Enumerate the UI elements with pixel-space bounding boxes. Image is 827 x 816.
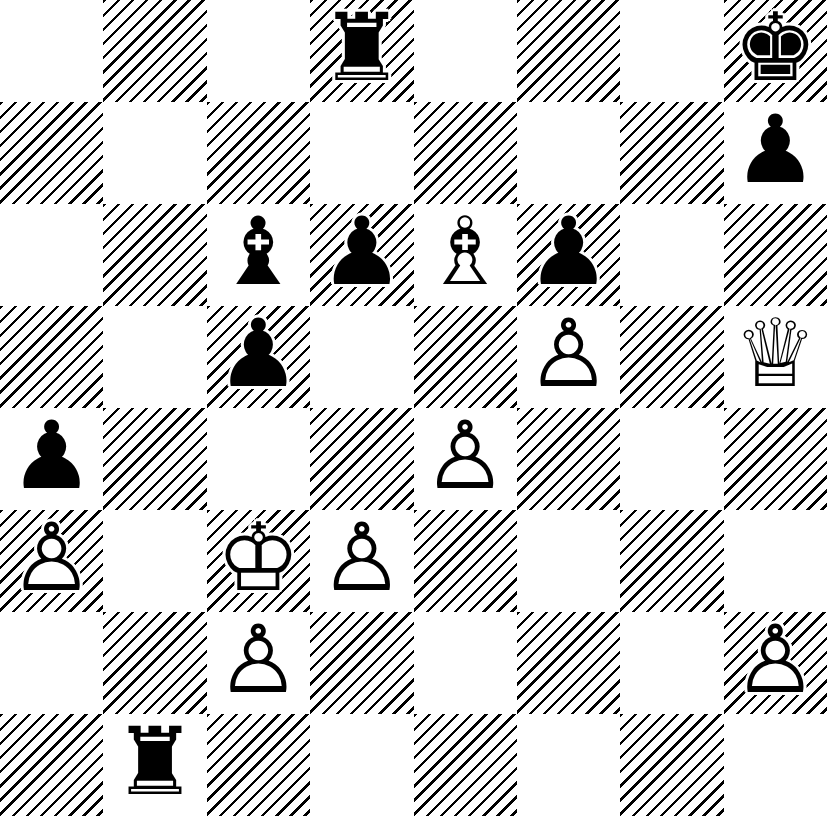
square-f3[interactable] — [517, 510, 620, 612]
black-king: ♚ — [724, 0, 827, 102]
square-b1[interactable]: ♜ — [103, 714, 206, 816]
square-g3[interactable] — [620, 510, 723, 612]
chess-board: ♜♚♟♝♟♝♗♟♟♟♙♛♕♟♟♙♟♙♚♔♟♙♟♙♟♙♜ — [0, 0, 827, 816]
square-e1[interactable] — [414, 714, 517, 816]
square-d5[interactable] — [310, 306, 413, 408]
square-c6[interactable]: ♝ — [207, 204, 310, 306]
black-pawn-glyph: ♟ — [207, 306, 310, 408]
square-a5[interactable] — [0, 306, 103, 408]
square-g8[interactable] — [620, 0, 723, 102]
white-king: ♚♔ — [207, 510, 310, 612]
black-rook-glyph: ♜ — [103, 714, 206, 816]
square-d4[interactable] — [310, 408, 413, 510]
black-pawn: ♟ — [207, 306, 310, 408]
square-a6[interactable] — [0, 204, 103, 306]
black-king-glyph: ♚ — [724, 0, 827, 102]
square-f1[interactable] — [517, 714, 620, 816]
square-g5[interactable] — [620, 306, 723, 408]
black-rook: ♜ — [310, 0, 413, 102]
white-pawn-outline: ♙ — [414, 408, 517, 510]
square-d1[interactable] — [310, 714, 413, 816]
square-f7[interactable] — [517, 102, 620, 204]
square-h7[interactable]: ♟ — [724, 102, 827, 204]
white-queen-outline: ♕ — [724, 306, 827, 408]
black-pawn-glyph: ♟ — [310, 204, 413, 306]
square-h1[interactable] — [724, 714, 827, 816]
square-c4[interactable] — [207, 408, 310, 510]
square-a8[interactable] — [0, 0, 103, 102]
black-rook: ♜ — [103, 714, 206, 816]
white-pawn-outline: ♙ — [0, 510, 103, 612]
white-pawn: ♟♙ — [517, 306, 620, 408]
square-h5[interactable]: ♛♕ — [724, 306, 827, 408]
square-e4[interactable]: ♟♙ — [414, 408, 517, 510]
black-bishop: ♝ — [207, 204, 310, 306]
white-pawn-outline: ♙ — [207, 612, 310, 714]
square-g6[interactable] — [620, 204, 723, 306]
square-d7[interactable] — [310, 102, 413, 204]
square-b8[interactable] — [103, 0, 206, 102]
black-pawn-glyph: ♟ — [724, 102, 827, 204]
square-f8[interactable] — [517, 0, 620, 102]
square-a2[interactable] — [0, 612, 103, 714]
square-b2[interactable] — [103, 612, 206, 714]
square-h4[interactable] — [724, 408, 827, 510]
black-rook-glyph: ♜ — [310, 0, 413, 102]
square-b3[interactable] — [103, 510, 206, 612]
square-c2[interactable]: ♟♙ — [207, 612, 310, 714]
square-h3[interactable] — [724, 510, 827, 612]
white-pawn-outline: ♙ — [724, 612, 827, 714]
black-pawn: ♟ — [724, 102, 827, 204]
square-d3[interactable]: ♟♙ — [310, 510, 413, 612]
square-e3[interactable] — [414, 510, 517, 612]
square-a1[interactable] — [0, 714, 103, 816]
square-h8[interactable]: ♚ — [724, 0, 827, 102]
square-f6[interactable]: ♟ — [517, 204, 620, 306]
square-b7[interactable] — [103, 102, 206, 204]
square-h2[interactable]: ♟♙ — [724, 612, 827, 714]
black-pawn: ♟ — [517, 204, 620, 306]
square-e2[interactable] — [414, 612, 517, 714]
square-f5[interactable]: ♟♙ — [517, 306, 620, 408]
square-g4[interactable] — [620, 408, 723, 510]
square-f2[interactable] — [517, 612, 620, 714]
black-pawn: ♟ — [310, 204, 413, 306]
square-g2[interactable] — [620, 612, 723, 714]
square-c1[interactable] — [207, 714, 310, 816]
square-e5[interactable] — [414, 306, 517, 408]
square-d8[interactable]: ♜ — [310, 0, 413, 102]
square-g1[interactable] — [620, 714, 723, 816]
white-pawn-outline: ♙ — [310, 510, 413, 612]
square-g7[interactable] — [620, 102, 723, 204]
square-c3[interactable]: ♚♔ — [207, 510, 310, 612]
square-b6[interactable] — [103, 204, 206, 306]
white-pawn: ♟♙ — [414, 408, 517, 510]
square-e6[interactable]: ♝♗ — [414, 204, 517, 306]
black-pawn-glyph: ♟ — [517, 204, 620, 306]
black-pawn: ♟ — [0, 408, 103, 510]
white-pawn: ♟♙ — [0, 510, 103, 612]
square-e8[interactable] — [414, 0, 517, 102]
black-pawn-glyph: ♟ — [0, 408, 103, 510]
square-d6[interactable]: ♟ — [310, 204, 413, 306]
square-a3[interactable]: ♟♙ — [0, 510, 103, 612]
white-king-outline: ♔ — [207, 510, 310, 612]
square-h6[interactable] — [724, 204, 827, 306]
square-c8[interactable] — [207, 0, 310, 102]
square-b4[interactable] — [103, 408, 206, 510]
white-pawn-outline: ♙ — [517, 306, 620, 408]
black-bishop-glyph: ♝ — [207, 204, 310, 306]
white-pawn: ♟♙ — [310, 510, 413, 612]
white-pawn: ♟♙ — [724, 612, 827, 714]
white-bishop-outline: ♗ — [414, 204, 517, 306]
white-queen: ♛♕ — [724, 306, 827, 408]
white-pawn: ♟♙ — [207, 612, 310, 714]
square-c7[interactable] — [207, 102, 310, 204]
square-b5[interactable] — [103, 306, 206, 408]
white-bishop: ♝♗ — [414, 204, 517, 306]
square-f4[interactable] — [517, 408, 620, 510]
square-a7[interactable] — [0, 102, 103, 204]
square-d2[interactable] — [310, 612, 413, 714]
square-c5[interactable]: ♟ — [207, 306, 310, 408]
square-e7[interactable] — [414, 102, 517, 204]
square-a4[interactable]: ♟ — [0, 408, 103, 510]
